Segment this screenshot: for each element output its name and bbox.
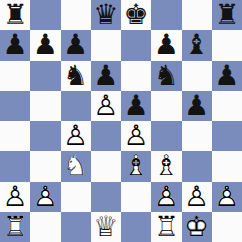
white-bishop-piece[interactable]: ♝♗: [121, 151, 151, 181]
square-e7[interactable]: [121, 30, 151, 60]
square-b2[interactable]: ♟♙: [30, 182, 60, 212]
square-f5[interactable]: [151, 91, 181, 121]
square-g6[interactable]: [182, 61, 212, 91]
square-c5[interactable]: [61, 91, 91, 121]
white-bishop-piece[interactable]: ♝♗: [151, 151, 181, 181]
black-pawn-piece[interactable]: ♟: [151, 30, 181, 60]
square-f6[interactable]: ♞: [151, 61, 181, 91]
square-d6[interactable]: ♟: [91, 61, 121, 91]
square-f1[interactable]: ♜♖: [151, 212, 181, 242]
square-e6[interactable]: [121, 61, 151, 91]
square-f3[interactable]: ♝♗: [151, 151, 181, 181]
square-a5[interactable]: [0, 91, 30, 121]
square-d5[interactable]: ♟♙: [91, 91, 121, 121]
white-rook-piece[interactable]: ♜♖: [0, 212, 30, 242]
black-queen-piece[interactable]: ♛: [91, 0, 121, 30]
black-knight-piece[interactable]: ♞: [151, 61, 181, 91]
square-h8[interactable]: ♜: [212, 0, 242, 30]
white-pawn-piece[interactable]: ♟♙: [182, 182, 212, 212]
square-a6[interactable]: [0, 61, 30, 91]
square-f2[interactable]: ♟♙: [151, 182, 181, 212]
chess-board-grid: ♜♛♚♜♟♟♟♟♝♞♟♞♟♟♙♟♟♟♙♟♙♞♘♝♗♝♗♟♙♟♙♟♙♟♙♟♙♜♖♛…: [0, 0, 242, 242]
square-g7[interactable]: ♝: [182, 30, 212, 60]
square-d7[interactable]: [91, 30, 121, 60]
square-d2[interactable]: [91, 182, 121, 212]
black-pawn-piece[interactable]: ♟: [0, 30, 30, 60]
square-g2[interactable]: ♟♙: [182, 182, 212, 212]
black-rook-piece[interactable]: ♜: [0, 0, 30, 30]
white-rook-piece[interactable]: ♜♖: [151, 212, 181, 242]
square-b8[interactable]: [30, 0, 60, 30]
square-h6[interactable]: ♟: [212, 61, 242, 91]
white-pawn-piece[interactable]: ♟♙: [0, 182, 30, 212]
black-king-piece[interactable]: ♚: [121, 0, 151, 30]
square-b6[interactable]: [30, 61, 60, 91]
square-f7[interactable]: ♟: [151, 30, 181, 60]
square-a7[interactable]: ♟: [0, 30, 30, 60]
square-e3[interactable]: ♝♗: [121, 151, 151, 181]
square-h4[interactable]: [212, 121, 242, 151]
white-pawn-piece[interactable]: ♟♙: [121, 121, 151, 151]
square-a1[interactable]: ♜♖: [0, 212, 30, 242]
square-a3[interactable]: [0, 151, 30, 181]
square-e5[interactable]: ♟: [121, 91, 151, 121]
square-b3[interactable]: [30, 151, 60, 181]
white-queen-piece[interactable]: ♛♕: [91, 212, 121, 242]
square-h1[interactable]: [212, 212, 242, 242]
square-b4[interactable]: [30, 121, 60, 151]
white-pawn-piece[interactable]: ♟♙: [151, 182, 181, 212]
black-pawn-piece[interactable]: ♟: [91, 61, 121, 91]
square-a8[interactable]: ♜: [0, 0, 30, 30]
square-a4[interactable]: [0, 121, 30, 151]
square-c6[interactable]: ♞: [61, 61, 91, 91]
white-knight-piece[interactable]: ♞♘: [61, 151, 91, 181]
square-d8[interactable]: ♛: [91, 0, 121, 30]
square-e1[interactable]: [121, 212, 151, 242]
square-g1[interactable]: ♚♔: [182, 212, 212, 242]
square-e8[interactable]: ♚: [121, 0, 151, 30]
square-h5[interactable]: [212, 91, 242, 121]
black-pawn-piece[interactable]: ♟: [30, 30, 60, 60]
square-e2[interactable]: [121, 182, 151, 212]
black-pawn-piece[interactable]: ♟: [121, 91, 151, 121]
square-c7[interactable]: ♟: [61, 30, 91, 60]
square-b1[interactable]: [30, 212, 60, 242]
square-f4[interactable]: [151, 121, 181, 151]
square-d1[interactable]: ♛♕: [91, 212, 121, 242]
black-pawn-piece[interactable]: ♟: [212, 61, 242, 91]
chess-board: ♜♛♚♜♟♟♟♟♝♞♟♞♟♟♙♟♟♟♙♟♙♞♘♝♗♝♗♟♙♟♙♟♙♟♙♟♙♜♖♛…: [0, 0, 242, 242]
square-c2[interactable]: [61, 182, 91, 212]
square-e4[interactable]: ♟♙: [121, 121, 151, 151]
white-pawn-piece[interactable]: ♟♙: [212, 182, 242, 212]
square-c8[interactable]: [61, 0, 91, 30]
white-king-piece[interactable]: ♚♔: [182, 212, 212, 242]
square-c4[interactable]: ♟♙: [61, 121, 91, 151]
square-h3[interactable]: [212, 151, 242, 181]
square-c1[interactable]: [61, 212, 91, 242]
square-h7[interactable]: [212, 30, 242, 60]
white-pawn-piece[interactable]: ♟♙: [91, 91, 121, 121]
square-f8[interactable]: [151, 0, 181, 30]
square-d3[interactable]: [91, 151, 121, 181]
square-b5[interactable]: [30, 91, 60, 121]
square-g3[interactable]: [182, 151, 212, 181]
black-rook-piece[interactable]: ♜: [212, 0, 242, 30]
black-knight-piece[interactable]: ♞: [61, 61, 91, 91]
square-c3[interactable]: ♞♘: [61, 151, 91, 181]
white-pawn-piece[interactable]: ♟♙: [61, 121, 91, 151]
square-h2[interactable]: ♟♙: [212, 182, 242, 212]
black-pawn-piece[interactable]: ♟: [182, 91, 212, 121]
square-b7[interactable]: ♟: [30, 30, 60, 60]
square-d4[interactable]: [91, 121, 121, 151]
black-pawn-piece[interactable]: ♟: [61, 30, 91, 60]
square-g5[interactable]: ♟: [182, 91, 212, 121]
white-pawn-piece[interactable]: ♟♙: [30, 182, 60, 212]
square-a2[interactable]: ♟♙: [0, 182, 30, 212]
square-g4[interactable]: [182, 121, 212, 151]
square-g8[interactable]: [182, 0, 212, 30]
black-bishop-piece[interactable]: ♝: [182, 30, 212, 60]
